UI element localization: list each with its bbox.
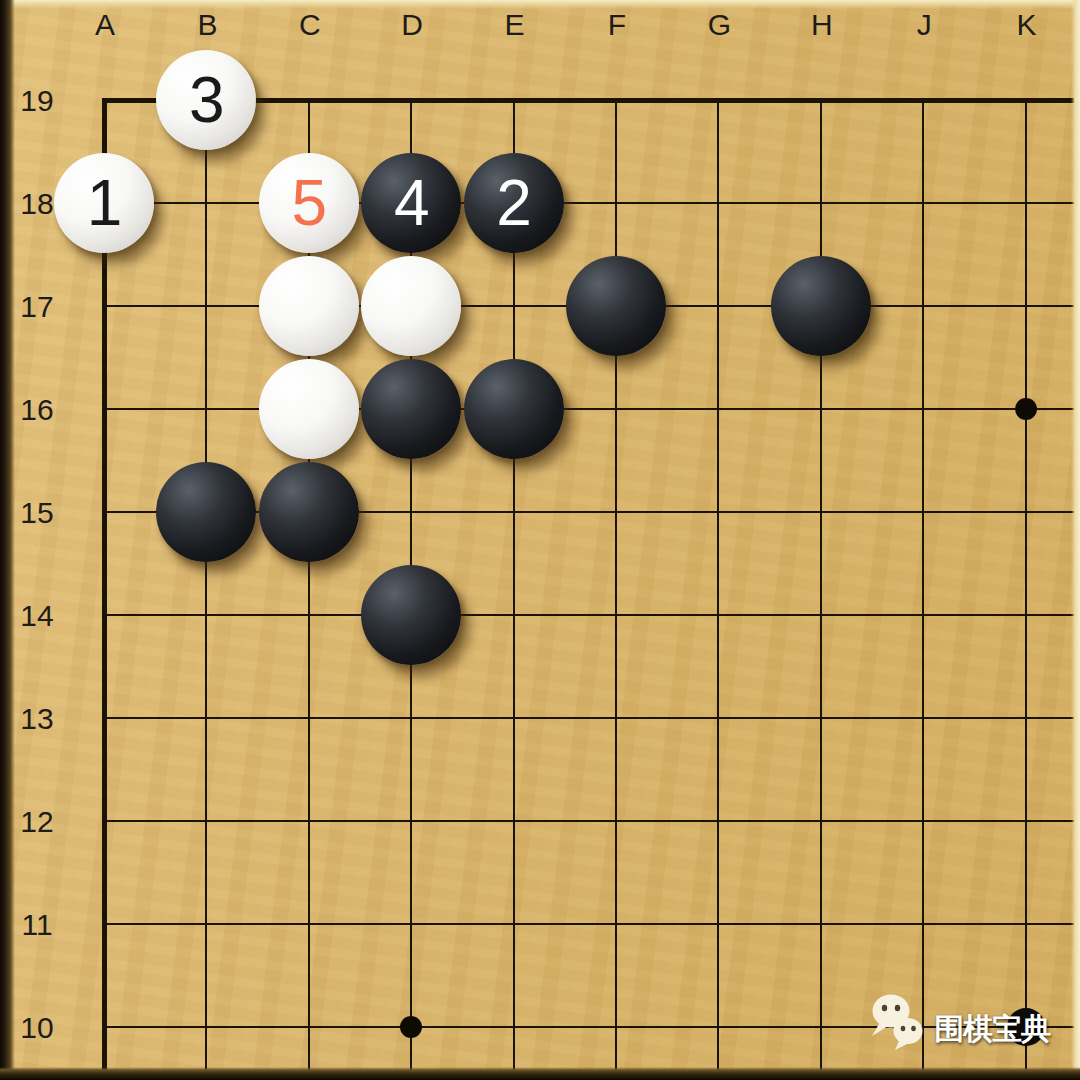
star-point-K16 [1015, 398, 1037, 420]
board-edge-bottom [0, 1067, 1080, 1080]
move-number-3: 3 [189, 50, 224, 150]
stone-black-H17[interactable] [771, 256, 871, 356]
stone-black-E16[interactable] [464, 359, 564, 459]
row-label-16: 16 [20, 395, 53, 425]
stone-white-B19[interactable]: 3 [156, 50, 256, 150]
row-label-14: 14 [20, 601, 53, 631]
grid-line-horizontal-10 [102, 1026, 1075, 1028]
row-label-11: 11 [21, 910, 52, 940]
grid-line-horizontal-14 [102, 614, 1075, 616]
column-label-B: B [197, 10, 217, 40]
move-number-2: 2 [496, 153, 531, 253]
row-label-12: 12 [20, 807, 53, 837]
column-label-D: D [401, 10, 423, 40]
stone-black-E18[interactable]: 2 [464, 153, 564, 253]
column-label-J: J [917, 10, 932, 40]
row-label-19: 19 [20, 86, 53, 116]
column-label-G: G [708, 10, 731, 40]
row-label-18: 18 [20, 189, 53, 219]
column-label-K: K [1017, 10, 1037, 40]
stone-white-A18[interactable]: 1 [54, 153, 154, 253]
grid-line-horizontal-16 [102, 408, 1075, 410]
go-board[interactable]: ABCDEFGHJK1918171615141312111031542 围棋宝典 [0, 0, 1080, 1080]
stone-black-F17[interactable] [566, 256, 666, 356]
grid-line-horizontal-13 [102, 717, 1075, 719]
watermark-text: 围棋宝典 [934, 1014, 1050, 1044]
star-point-D10 [400, 1016, 422, 1038]
board-edge-left [0, 0, 15, 1080]
column-label-E: E [505, 10, 525, 40]
move-number-1: 1 [87, 153, 122, 253]
stone-black-D16[interactable] [361, 359, 461, 459]
move-number-4: 4 [394, 153, 429, 253]
grid-line-horizontal-11 [102, 923, 1075, 925]
stone-white-D17[interactable] [361, 256, 461, 356]
row-label-10: 10 [20, 1013, 53, 1043]
stone-white-C16[interactable] [259, 359, 359, 459]
column-label-F: F [608, 10, 626, 40]
column-label-A: A [95, 10, 115, 40]
grid-line-horizontal-12 [102, 820, 1075, 822]
stone-black-C15[interactable] [259, 462, 359, 562]
move-number-5: 5 [292, 153, 327, 253]
board-edge-right [1071, 0, 1080, 1080]
row-label-13: 13 [20, 704, 53, 734]
row-label-17: 17 [20, 292, 53, 322]
row-label-15: 15 [20, 498, 53, 528]
stone-black-D14[interactable] [361, 565, 461, 665]
column-label-C: C [299, 10, 321, 40]
column-label-H: H [811, 10, 833, 40]
stone-black-B15[interactable] [156, 462, 256, 562]
stone-black-D18[interactable]: 4 [361, 153, 461, 253]
wechat-icon [869, 993, 927, 1051]
stone-white-C18[interactable]: 5 [259, 153, 359, 253]
stone-white-C17[interactable] [259, 256, 359, 356]
grid-line-horizontal-18 [102, 202, 1075, 204]
